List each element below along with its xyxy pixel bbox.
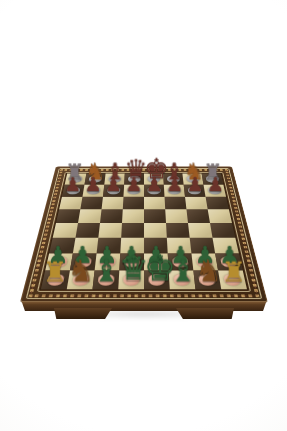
piece-white-rook-a1[interactable]: ♜: [42, 258, 68, 286]
piece-black-pawn-f7[interactable]: ♟: [164, 175, 184, 194]
square-e7[interactable]: ♟: [144, 185, 165, 197]
square-d7[interactable]: ♟: [123, 185, 144, 197]
board-foot-left: [54, 308, 112, 319]
piece-white-queen-d1[interactable]: ♛: [118, 252, 144, 286]
square-g5[interactable]: [186, 209, 210, 223]
square-a1[interactable]: ♜: [41, 271, 70, 290]
piece-white-bishop-c1[interactable]: ♝: [93, 256, 119, 286]
square-a7[interactable]: ♟: [62, 185, 85, 197]
piece-black-pawn-c7[interactable]: ♟: [103, 175, 123, 194]
piece-white-king-e1[interactable]: ♚: [144, 250, 170, 286]
square-e4[interactable]: [144, 223, 167, 238]
square-b1[interactable]: ♞: [67, 271, 95, 290]
square-g1[interactable]: ♞: [193, 271, 221, 290]
piece-black-pawn-g7[interactable]: ♟: [185, 175, 205, 194]
square-c1[interactable]: ♝: [93, 271, 120, 290]
square-h5[interactable]: [208, 209, 232, 223]
square-a5[interactable]: [56, 209, 80, 223]
piece-black-pawn-e7[interactable]: ♟: [144, 175, 164, 194]
square-h1[interactable]: ♜: [218, 271, 247, 290]
chess-board: ♜♞♝♛♚♝♞♜♟♟♟♟♟♟♟♟♟♟♟♟♟♟♟♟♜♞♝♛♚♝♞♜: [20, 166, 268, 302]
square-d5[interactable]: [122, 209, 144, 223]
piece-black-pawn-h7[interactable]: ♟: [205, 175, 225, 194]
piece-white-rook-h1[interactable]: ♜: [221, 258, 247, 286]
square-h4[interactable]: [210, 223, 235, 238]
square-e1[interactable]: ♚: [144, 271, 170, 290]
square-a4[interactable]: [53, 223, 78, 238]
square-f1[interactable]: ♝: [169, 271, 196, 290]
square-d1[interactable]: ♛: [118, 271, 144, 290]
square-c5[interactable]: [100, 209, 123, 223]
square-g7[interactable]: ♟: [184, 185, 206, 197]
square-b5[interactable]: [78, 209, 102, 223]
square-c4[interactable]: [98, 223, 122, 238]
square-h7[interactable]: ♟: [204, 185, 227, 197]
product-photo: ♜♞♝♛♚♝♞♜♟♟♟♟♟♟♟♟♟♟♟♟♟♟♟♟♜♞♝♛♚♝♞♜: [0, 0, 287, 431]
board-grid: ♜♞♝♛♚♝♞♜♟♟♟♟♟♟♟♟♟♟♟♟♟♟♟♟♜♞♝♛♚♝♞♜: [40, 173, 249, 290]
piece-black-pawn-b7[interactable]: ♟: [83, 175, 103, 194]
square-b4[interactable]: [76, 223, 100, 238]
board-foot-right: [176, 308, 234, 319]
square-c7[interactable]: ♟: [103, 185, 124, 197]
square-b7[interactable]: ♟: [82, 185, 104, 197]
piece-black-pawn-d7[interactable]: ♟: [124, 175, 144, 194]
square-f5[interactable]: [165, 209, 188, 223]
square-e5[interactable]: [144, 209, 166, 223]
square-f7[interactable]: ♟: [164, 185, 185, 197]
square-g4[interactable]: [188, 223, 212, 238]
piece-black-pawn-a7[interactable]: ♟: [62, 175, 82, 194]
piece-white-bishop-f1[interactable]: ♝: [170, 256, 196, 286]
piece-white-knight-b1[interactable]: ♞: [67, 256, 93, 286]
piece-white-knight-g1[interactable]: ♞: [195, 256, 221, 286]
square-d4[interactable]: [121, 223, 144, 238]
square-f4[interactable]: [166, 223, 190, 238]
